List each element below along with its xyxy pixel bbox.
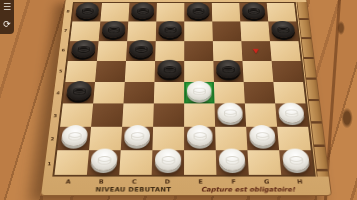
square-f3[interactable]: ⛀ [215,104,247,127]
square-d8[interactable] [156,3,184,22]
white-piece-h1[interactable]: ⛀ [282,149,310,171]
square-b3[interactable] [91,104,123,127]
square-e4[interactable]: ⛀ [184,82,214,104]
square-e8[interactable]: ⛂ [184,3,212,22]
square-c3[interactable] [122,104,154,127]
square-f4[interactable] [214,82,245,104]
square-d5[interactable]: ⛂ [154,61,184,82]
black-piece-a4[interactable]: ⛂ [66,81,92,100]
square-h2[interactable] [277,126,311,150]
square-g2[interactable]: ⛀ [246,126,279,150]
file-label-g: G [250,178,284,185]
square-d1[interactable]: ⛀ [152,150,184,175]
square-f8[interactable] [212,3,240,22]
square-g8[interactable]: ⛂ [239,3,268,22]
square-b2[interactable] [89,126,122,150]
file-label-h: H [283,178,317,185]
white-piece-f1[interactable]: ⛀ [219,149,246,171]
black-piece-g8[interactable]: ⛂ [242,2,266,18]
toolbar: ☰ ⟳ [0,0,14,34]
square-c4[interactable] [123,82,154,104]
file-label-c: C [118,178,151,185]
mandatory-capture-message: Capture est obligatoire! [195,186,302,194]
square-g5[interactable] [242,61,273,82]
square-e3[interactable] [184,104,215,127]
file-label-e: E [184,178,217,185]
file-label-d: D [151,178,184,185]
square-g1[interactable] [247,150,281,175]
square-h7[interactable]: ⛂ [268,22,298,41]
square-d6[interactable] [155,41,184,61]
menu-button[interactable]: ☰ [1,2,13,13]
black-piece-h7[interactable]: ⛂ [271,21,296,38]
square-g6[interactable]: ▼ [241,41,271,61]
square-c2[interactable]: ⛀ [121,126,153,150]
square-h4[interactable] [273,82,305,104]
square-f7[interactable] [212,22,241,41]
last-move-arrow: ▼ [253,47,260,54]
white-piece-e4[interactable]: ⛀ [187,81,212,100]
white-piece-b1[interactable]: ⛀ [90,149,118,171]
black-piece-c8[interactable]: ⛂ [131,2,154,18]
square-c8[interactable]: ⛂ [128,3,157,22]
status-bar: NIVEAU DEBUTANT Capture est obligatoire! [50,186,318,194]
square-g4[interactable] [244,82,276,104]
square-e7[interactable] [184,22,213,41]
black-piece-d7[interactable]: ⛂ [158,21,181,38]
square-e5[interactable] [184,61,214,82]
square-d7[interactable]: ⛂ [156,22,185,41]
black-piece-b7[interactable]: ⛂ [102,21,126,38]
file-label-a: A [51,178,85,185]
black-piece-d5[interactable]: ⛂ [157,60,181,78]
square-e1[interactable] [184,150,216,175]
square-c1[interactable] [119,150,152,175]
black-piece-a6[interactable]: ⛂ [71,40,96,58]
square-c7[interactable] [127,22,156,41]
black-piece-e8[interactable]: ⛂ [187,2,210,18]
square-b6[interactable] [97,41,127,61]
square-e6[interactable] [184,41,213,61]
square-a3[interactable] [60,104,93,127]
white-piece-g2[interactable]: ⛀ [249,125,276,146]
square-e2[interactable]: ⛀ [184,126,216,150]
level-label: NIVEAU DEBUTANT [88,186,179,194]
black-piece-a8[interactable]: ⛂ [75,2,99,18]
white-piece-d1[interactable]: ⛀ [155,149,182,171]
white-piece-c2[interactable]: ⛀ [124,125,151,146]
square-h3[interactable]: ⛀ [275,104,308,127]
square-a1[interactable] [54,150,89,175]
file-label-f: F [217,178,250,185]
square-h5[interactable] [272,61,303,82]
checkers-app-screen: ⛂⛂⛂⛂⛂⛂⛂⛂⛂▼⛂⛂⛂⛀⛀⛀⛀⛀⛀⛀⛀⛀⛀⛀ 87654321 ABCDEF… [0,0,357,200]
square-d3[interactable] [153,104,184,127]
square-a8[interactable]: ⛂ [72,3,102,22]
board-3d-wrapper: ⛂⛂⛂⛂⛂⛂⛂⛂⛂▼⛂⛂⛂⛀⛀⛀⛀⛀⛀⛀⛀⛀⛀⛀ 87654321 ABCDEF… [40,0,332,196]
undo-button[interactable]: ⟳ [1,19,13,30]
undo-icon: ⟳ [3,19,11,30]
square-a6[interactable]: ⛂ [68,41,99,61]
square-a2[interactable]: ⛀ [57,126,91,150]
square-h8[interactable] [267,3,297,22]
square-f5[interactable]: ⛂ [213,61,243,82]
square-c6[interactable]: ⛂ [126,41,156,61]
menu-icon: ☰ [3,2,11,13]
square-f1[interactable]: ⛀ [216,150,249,175]
square-d4[interactable] [154,82,184,104]
white-piece-e2[interactable]: ⛀ [187,125,213,146]
square-b7[interactable]: ⛂ [99,22,129,41]
square-d2[interactable] [152,126,184,150]
square-b5[interactable] [95,61,126,82]
square-h6[interactable] [270,41,301,61]
checkers-board: ⛂⛂⛂⛂⛂⛂⛂⛂⛂▼⛂⛂⛂⛀⛀⛀⛀⛀⛀⛀⛀⛀⛀⛀ [52,2,315,177]
white-piece-h3[interactable]: ⛀ [278,103,305,123]
white-piece-a2[interactable]: ⛀ [61,125,89,146]
square-a5[interactable] [65,61,97,82]
square-g7[interactable] [240,22,270,41]
file-label-b: B [84,178,118,185]
square-a7[interactable] [70,22,100,41]
square-a4[interactable]: ⛂ [63,82,95,104]
square-h1[interactable]: ⛀ [279,150,313,175]
square-f2[interactable] [215,126,247,150]
file-labels: ABCDEFGH [51,178,317,185]
black-piece-f5[interactable]: ⛂ [216,60,241,78]
square-b8[interactable] [100,3,129,22]
square-b4[interactable] [93,82,125,104]
square-c5[interactable] [125,61,155,82]
square-b1[interactable]: ⛀ [87,150,121,175]
square-g3[interactable] [245,104,277,127]
white-piece-f3[interactable]: ⛀ [217,103,243,123]
square-f6[interactable] [213,41,243,61]
black-piece-c6[interactable]: ⛂ [129,40,153,58]
